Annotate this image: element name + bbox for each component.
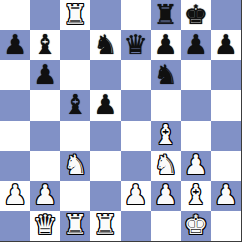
chess-board: ♜♜♚♟♝♞♛♟♟♟♟♞♝♟♝♞♞♟♟♟♟♟♝♟♛♜♜♚ — [0, 0, 242, 242]
piece-white-knight[interactable]: ♞ — [154, 151, 178, 178]
square-b6[interactable]: ♟ — [30, 60, 60, 90]
square-f7[interactable]: ♟ — [151, 30, 181, 60]
piece-black-knight[interactable]: ♞ — [154, 61, 178, 88]
piece-white-bishop[interactable]: ♝ — [184, 181, 208, 208]
square-h6[interactable] — [211, 60, 241, 90]
square-f8[interactable]: ♜ — [151, 0, 181, 30]
square-e7[interactable]: ♛ — [121, 30, 151, 60]
piece-black-pawn[interactable]: ♟ — [3, 31, 27, 58]
piece-black-pawn[interactable]: ♟ — [154, 31, 178, 58]
piece-white-pawn[interactable]: ♟ — [33, 181, 57, 208]
square-b7[interactable]: ♝ — [30, 30, 60, 60]
square-a8[interactable] — [0, 0, 30, 30]
square-f4[interactable]: ♝ — [151, 121, 181, 151]
square-a7[interactable]: ♟ — [0, 30, 30, 60]
square-e6[interactable] — [121, 60, 151, 90]
square-h3[interactable] — [211, 151, 241, 181]
square-a2[interactable]: ♟ — [0, 181, 30, 211]
piece-white-pawn[interactable]: ♟ — [214, 181, 238, 208]
piece-white-pawn[interactable]: ♟ — [3, 181, 27, 208]
piece-white-rook[interactable]: ♜ — [63, 211, 87, 238]
square-g6[interactable] — [181, 60, 211, 90]
square-c8[interactable]: ♜ — [60, 0, 90, 30]
piece-white-king[interactable]: ♚ — [184, 211, 208, 238]
square-c3[interactable]: ♞ — [60, 151, 90, 181]
square-d4[interactable] — [90, 121, 120, 151]
square-d6[interactable] — [90, 60, 120, 90]
square-f6[interactable]: ♞ — [151, 60, 181, 90]
square-e8[interactable] — [121, 0, 151, 30]
piece-white-rook[interactable]: ♜ — [93, 211, 117, 238]
piece-black-knight[interactable]: ♞ — [93, 31, 117, 58]
piece-black-pawn[interactable]: ♟ — [33, 61, 57, 88]
square-a6[interactable] — [0, 60, 30, 90]
square-h5[interactable] — [211, 90, 241, 120]
square-d2[interactable] — [90, 181, 120, 211]
piece-white-pawn[interactable]: ♟ — [154, 181, 178, 208]
square-d8[interactable] — [90, 0, 120, 30]
square-e2[interactable]: ♟ — [121, 181, 151, 211]
piece-white-pawn[interactable]: ♟ — [123, 181, 147, 208]
square-b2[interactable]: ♟ — [30, 181, 60, 211]
square-g3[interactable]: ♟ — [181, 151, 211, 181]
piece-black-pawn[interactable]: ♟ — [184, 31, 208, 58]
piece-black-bishop[interactable]: ♝ — [63, 91, 87, 118]
square-a3[interactable] — [0, 151, 30, 181]
square-c5[interactable]: ♝ — [60, 90, 90, 120]
square-e5[interactable] — [121, 90, 151, 120]
piece-black-pawn[interactable]: ♟ — [93, 91, 117, 118]
square-d3[interactable] — [90, 151, 120, 181]
square-g8[interactable]: ♚ — [181, 0, 211, 30]
square-c4[interactable] — [60, 121, 90, 151]
square-f2[interactable]: ♟ — [151, 181, 181, 211]
square-g5[interactable] — [181, 90, 211, 120]
piece-white-rook[interactable]: ♜ — [63, 1, 87, 28]
square-h7[interactable]: ♟ — [211, 30, 241, 60]
square-h1[interactable] — [211, 211, 241, 241]
square-g7[interactable]: ♟ — [181, 30, 211, 60]
square-g1[interactable]: ♚ — [181, 211, 211, 241]
square-d5[interactable]: ♟ — [90, 90, 120, 120]
square-a1[interactable] — [0, 211, 30, 241]
piece-white-pawn[interactable]: ♟ — [184, 151, 208, 178]
square-g2[interactable]: ♝ — [181, 181, 211, 211]
square-f1[interactable] — [151, 211, 181, 241]
square-f5[interactable] — [151, 90, 181, 120]
square-b5[interactable] — [30, 90, 60, 120]
square-c2[interactable] — [60, 181, 90, 211]
square-h4[interactable] — [211, 121, 241, 151]
square-d7[interactable]: ♞ — [90, 30, 120, 60]
piece-black-queen[interactable]: ♛ — [123, 31, 147, 58]
square-e1[interactable] — [121, 211, 151, 241]
square-h8[interactable] — [211, 0, 241, 30]
square-d1[interactable]: ♜ — [90, 211, 120, 241]
piece-black-king[interactable]: ♚ — [184, 1, 208, 28]
square-a4[interactable] — [0, 121, 30, 151]
piece-black-bishop[interactable]: ♝ — [33, 31, 57, 58]
piece-white-bishop[interactable]: ♝ — [154, 121, 178, 148]
square-b3[interactable] — [30, 151, 60, 181]
piece-white-queen[interactable]: ♛ — [33, 211, 57, 238]
square-e4[interactable] — [121, 121, 151, 151]
piece-black-pawn[interactable]: ♟ — [214, 31, 238, 58]
square-a5[interactable] — [0, 90, 30, 120]
square-b1[interactable]: ♛ — [30, 211, 60, 241]
square-f3[interactable]: ♞ — [151, 151, 181, 181]
square-b4[interactable] — [30, 121, 60, 151]
square-h2[interactable]: ♟ — [211, 181, 241, 211]
square-c6[interactable] — [60, 60, 90, 90]
square-g4[interactable] — [181, 121, 211, 151]
square-c1[interactable]: ♜ — [60, 211, 90, 241]
piece-white-knight[interactable]: ♞ — [63, 151, 87, 178]
square-e3[interactable] — [121, 151, 151, 181]
piece-black-rook[interactable]: ♜ — [154, 1, 178, 28]
square-b8[interactable] — [30, 0, 60, 30]
square-c7[interactable] — [60, 30, 90, 60]
